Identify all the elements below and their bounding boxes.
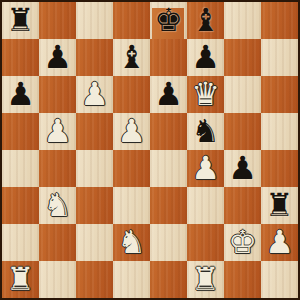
black-knight: ♞: [191, 113, 220, 150]
square-b8[interactable]: [39, 2, 76, 39]
square-g2[interactable]: ♚: [224, 224, 261, 261]
square-g3[interactable]: [224, 187, 261, 224]
black-rook: ♜: [265, 187, 294, 224]
square-h1[interactable]: [261, 261, 298, 298]
square-f5[interactable]: ♞: [187, 113, 224, 150]
white-queen: ♛: [191, 76, 220, 113]
square-f1[interactable]: ♜: [187, 261, 224, 298]
square-b6[interactable]: [39, 76, 76, 113]
white-rook: ♜: [191, 261, 220, 298]
square-e6[interactable]: ♟: [150, 76, 187, 113]
square-a7[interactable]: [2, 39, 39, 76]
board-frame: ♜♚♝♟♝♟♟♟♟♛♟♟♞♟♟♞♜♞♚♟♜♜: [0, 0, 300, 300]
square-c7[interactable]: [76, 39, 113, 76]
square-b4[interactable]: [39, 150, 76, 187]
square-c3[interactable]: [76, 187, 113, 224]
white-pawn: ♟: [117, 113, 146, 150]
square-d2[interactable]: ♞: [113, 224, 150, 261]
square-e2[interactable]: [150, 224, 187, 261]
square-d6[interactable]: [113, 76, 150, 113]
square-c2[interactable]: [76, 224, 113, 261]
square-h5[interactable]: [261, 113, 298, 150]
square-c1[interactable]: [76, 261, 113, 298]
square-d5[interactable]: ♟: [113, 113, 150, 150]
square-c6[interactable]: ♟: [76, 76, 113, 113]
square-e7[interactable]: [150, 39, 187, 76]
square-e5[interactable]: [150, 113, 187, 150]
square-g6[interactable]: [224, 76, 261, 113]
white-knight: ♞: [43, 187, 72, 224]
square-h7[interactable]: [261, 39, 298, 76]
white-pawn: ♟: [191, 150, 220, 187]
black-pawn: ♟: [154, 76, 183, 113]
black-bishop: ♝: [191, 2, 220, 39]
black-bishop: ♝: [117, 39, 146, 76]
square-e3[interactable]: [150, 187, 187, 224]
square-d3[interactable]: [113, 187, 150, 224]
square-a3[interactable]: [2, 187, 39, 224]
square-d4[interactable]: [113, 150, 150, 187]
square-f2[interactable]: [187, 224, 224, 261]
square-g7[interactable]: [224, 39, 261, 76]
square-c4[interactable]: [76, 150, 113, 187]
square-f7[interactable]: ♟: [187, 39, 224, 76]
black-pawn: ♟: [43, 39, 72, 76]
square-e1[interactable]: [150, 261, 187, 298]
white-rook: ♜: [6, 261, 35, 298]
square-a5[interactable]: [2, 113, 39, 150]
square-e8[interactable]: ♚: [150, 2, 187, 39]
square-f8[interactable]: ♝: [187, 2, 224, 39]
square-e4[interactable]: [150, 150, 187, 187]
square-d1[interactable]: [113, 261, 150, 298]
square-d7[interactable]: ♝: [113, 39, 150, 76]
square-b3[interactable]: ♞: [39, 187, 76, 224]
white-pawn: ♟: [80, 76, 109, 113]
black-pawn: ♟: [191, 39, 220, 76]
black-pawn: ♟: [228, 150, 257, 187]
square-h6[interactable]: [261, 76, 298, 113]
black-rook: ♜: [6, 2, 35, 39]
square-h8[interactable]: [261, 2, 298, 39]
square-g1[interactable]: [224, 261, 261, 298]
square-g8[interactable]: [224, 2, 261, 39]
square-g4[interactable]: ♟: [224, 150, 261, 187]
square-c8[interactable]: [76, 2, 113, 39]
black-pawn: ♟: [6, 76, 35, 113]
square-f3[interactable]: [187, 187, 224, 224]
white-king: ♚: [228, 224, 257, 261]
square-h4[interactable]: [261, 150, 298, 187]
square-b7[interactable]: ♟: [39, 39, 76, 76]
square-a1[interactable]: ♜: [2, 261, 39, 298]
square-f6[interactable]: ♛: [187, 76, 224, 113]
white-pawn: ♟: [265, 224, 294, 261]
square-f4[interactable]: ♟: [187, 150, 224, 187]
white-knight: ♞: [117, 224, 146, 261]
square-c5[interactable]: [76, 113, 113, 150]
square-g5[interactable]: [224, 113, 261, 150]
square-a4[interactable]: [2, 150, 39, 187]
square-a2[interactable]: [2, 224, 39, 261]
square-h2[interactable]: ♟: [261, 224, 298, 261]
white-pawn: ♟: [43, 113, 72, 150]
black-king: ♚: [154, 2, 183, 39]
square-b2[interactable]: [39, 224, 76, 261]
square-a8[interactable]: ♜: [2, 2, 39, 39]
square-b5[interactable]: ♟: [39, 113, 76, 150]
square-b1[interactable]: [39, 261, 76, 298]
square-h3[interactable]: ♜: [261, 187, 298, 224]
chess-board: ♜♚♝♟♝♟♟♟♟♛♟♟♞♟♟♞♜♞♚♟♜♜: [2, 2, 298, 298]
square-d8[interactable]: [113, 2, 150, 39]
square-a6[interactable]: ♟: [2, 76, 39, 113]
